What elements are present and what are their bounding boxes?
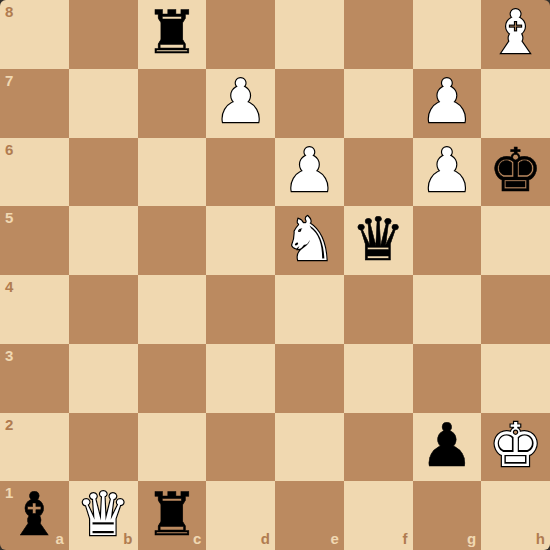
square-a2[interactable]: 2 <box>0 413 69 482</box>
white-king-h2[interactable]: ♚ <box>489 415 543 475</box>
rank-label-3: 3 <box>5 348 13 363</box>
rank-label-7: 7 <box>5 73 13 88</box>
white-knight-e5[interactable]: ♞ <box>282 209 336 269</box>
square-f1[interactable]: f <box>344 481 413 550</box>
square-f6[interactable] <box>344 138 413 207</box>
rank-label-6: 6 <box>5 142 13 157</box>
file-label-e: e <box>330 531 338 546</box>
square-b4[interactable] <box>69 275 138 344</box>
square-b3[interactable] <box>69 344 138 413</box>
square-f3[interactable] <box>344 344 413 413</box>
black-bishop-a1[interactable]: ♝ <box>7 484 61 544</box>
square-e1[interactable]: e <box>275 481 344 550</box>
square-d5[interactable] <box>206 206 275 275</box>
square-b5[interactable] <box>69 206 138 275</box>
file-label-g: g <box>467 531 476 546</box>
square-a5[interactable]: 5 <box>0 206 69 275</box>
square-e7[interactable] <box>275 69 344 138</box>
square-c8[interactable]: ♜ <box>138 0 207 69</box>
square-d7[interactable]: ♟ <box>206 69 275 138</box>
square-a1[interactable]: 1a♝ <box>0 481 69 550</box>
square-f7[interactable] <box>344 69 413 138</box>
square-h6[interactable]: ♚ <box>481 138 550 207</box>
white-bishop-h8[interactable]: ♝ <box>489 2 543 62</box>
file-label-d: d <box>261 531 270 546</box>
white-pawn-d7[interactable]: ♟ <box>214 71 268 131</box>
square-f4[interactable] <box>344 275 413 344</box>
file-label-h: h <box>536 531 545 546</box>
square-e6[interactable]: ♟ <box>275 138 344 207</box>
square-g8[interactable] <box>413 0 482 69</box>
square-h1[interactable]: h <box>481 481 550 550</box>
square-c3[interactable] <box>138 344 207 413</box>
square-c4[interactable] <box>138 275 207 344</box>
square-e4[interactable] <box>275 275 344 344</box>
rank-label-2: 2 <box>5 417 13 432</box>
square-c6[interactable] <box>138 138 207 207</box>
square-g3[interactable] <box>413 344 482 413</box>
black-rook-c8[interactable]: ♜ <box>145 2 199 62</box>
square-a4[interactable]: 4 <box>0 275 69 344</box>
black-pawn-g2[interactable]: ♟ <box>420 415 474 475</box>
square-f8[interactable] <box>344 0 413 69</box>
square-h3[interactable] <box>481 344 550 413</box>
rank-label-5: 5 <box>5 210 13 225</box>
black-rook-c1[interactable]: ♜ <box>145 484 199 544</box>
square-h7[interactable] <box>481 69 550 138</box>
square-h8[interactable]: ♝ <box>481 0 550 69</box>
square-a8[interactable]: 8 <box>0 0 69 69</box>
square-g2[interactable]: ♟ <box>413 413 482 482</box>
white-pawn-e6[interactable]: ♟ <box>282 140 336 200</box>
square-d3[interactable] <box>206 344 275 413</box>
square-g1[interactable]: g <box>413 481 482 550</box>
square-d2[interactable] <box>206 413 275 482</box>
white-queen-b1[interactable]: ♛ <box>76 484 130 544</box>
square-g6[interactable]: ♟ <box>413 138 482 207</box>
square-e8[interactable] <box>275 0 344 69</box>
square-e2[interactable] <box>275 413 344 482</box>
square-g7[interactable]: ♟ <box>413 69 482 138</box>
square-d1[interactable]: d <box>206 481 275 550</box>
square-d4[interactable] <box>206 275 275 344</box>
square-e3[interactable] <box>275 344 344 413</box>
square-c5[interactable] <box>138 206 207 275</box>
black-queen-f5[interactable]: ♛ <box>351 209 405 269</box>
square-c2[interactable] <box>138 413 207 482</box>
square-e5[interactable]: ♞ <box>275 206 344 275</box>
square-c7[interactable] <box>138 69 207 138</box>
square-g4[interactable] <box>413 275 482 344</box>
square-c1[interactable]: c♜ <box>138 481 207 550</box>
square-b6[interactable] <box>69 138 138 207</box>
square-f5[interactable]: ♛ <box>344 206 413 275</box>
square-h2[interactable]: ♚ <box>481 413 550 482</box>
square-b1[interactable]: b♛ <box>69 481 138 550</box>
black-king-h6[interactable]: ♚ <box>489 140 543 200</box>
square-a6[interactable]: 6 <box>0 138 69 207</box>
square-a3[interactable]: 3 <box>0 344 69 413</box>
file-label-f: f <box>403 531 408 546</box>
white-pawn-g6[interactable]: ♟ <box>420 140 474 200</box>
square-g5[interactable] <box>413 206 482 275</box>
square-b8[interactable] <box>69 0 138 69</box>
rank-label-4: 4 <box>5 279 13 294</box>
rank-label-8: 8 <box>5 4 13 19</box>
chess-board: 8♜♝7♟♟6♟♟♚5♞♛432♟♚1a♝b♛c♜defgh <box>0 0 550 550</box>
square-h4[interactable] <box>481 275 550 344</box>
square-a7[interactable]: 7 <box>0 69 69 138</box>
white-pawn-g7[interactable]: ♟ <box>420 71 474 131</box>
square-h5[interactable] <box>481 206 550 275</box>
square-b7[interactable] <box>69 69 138 138</box>
square-d6[interactable] <box>206 138 275 207</box>
square-b2[interactable] <box>69 413 138 482</box>
square-d8[interactable] <box>206 0 275 69</box>
square-f2[interactable] <box>344 413 413 482</box>
